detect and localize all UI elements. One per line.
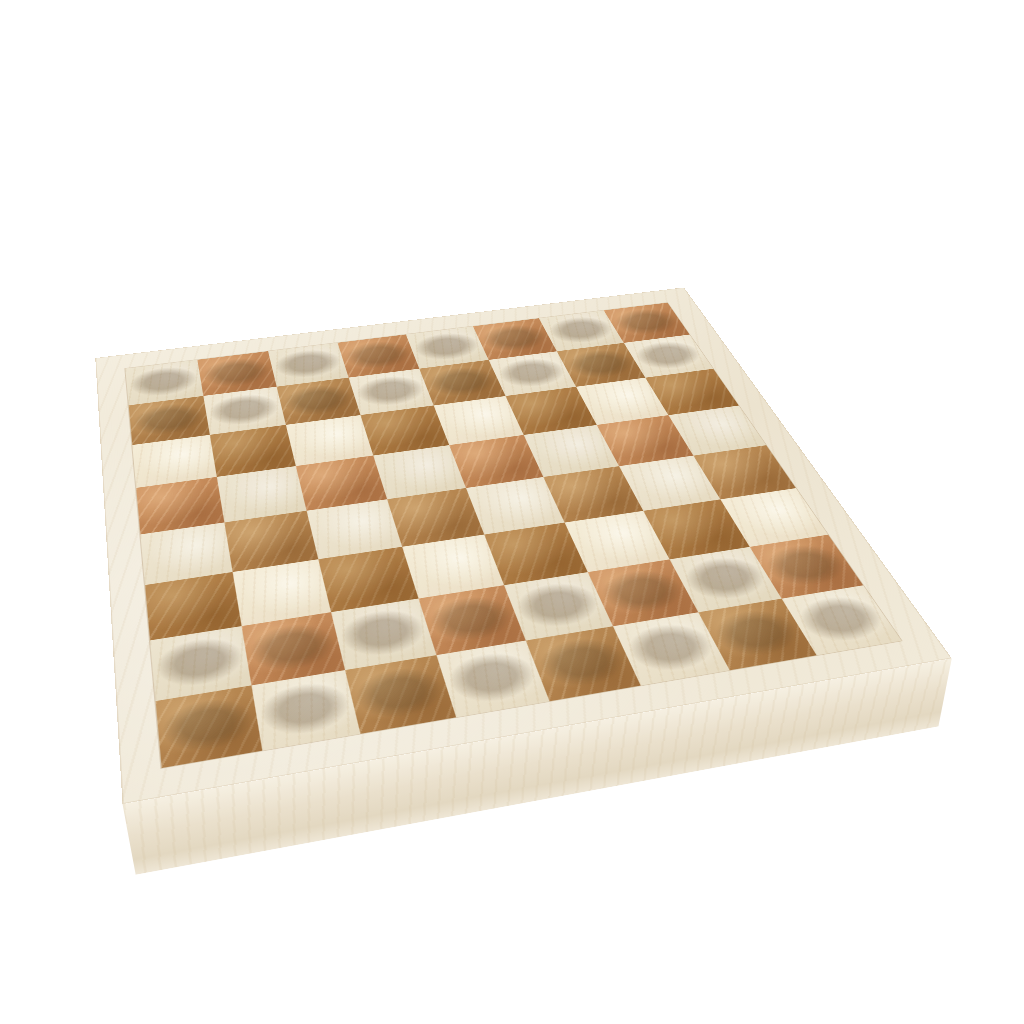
- scene-3d: ♜♝♞♛♚♞♝♜♟♟♟♟♟♟♟♟♟♟♟♟♟♟♟♟♜♝♞♛♚♞♝♜: [0, 0, 1024, 1024]
- chess-board: ♜♝♞♛♚♞♝♜♟♟♟♟♟♟♟♟♟♟♟♟♟♟♟♟♜♝♞♛♚♞♝♜: [95, 287, 952, 804]
- product-photo-scene: Overhead product photo of a cream and br…: [0, 0, 1024, 1024]
- rook-glyph: ♜: [153, 544, 262, 737]
